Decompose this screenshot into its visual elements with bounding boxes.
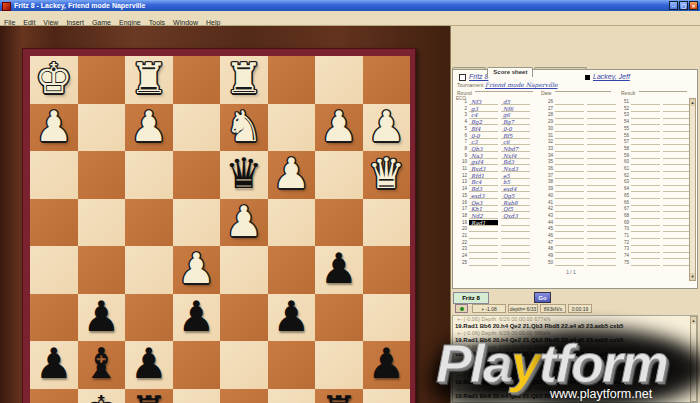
black-move-cell[interactable] bbox=[663, 253, 692, 259]
white-move-cell[interactable] bbox=[631, 226, 660, 232]
white-move-cell[interactable] bbox=[631, 193, 660, 199]
white-move-cell[interactable] bbox=[631, 153, 660, 159]
black-move-cell[interactable] bbox=[587, 186, 616, 192]
square[interactable] bbox=[268, 199, 316, 247]
move-number: 66 bbox=[619, 200, 629, 205]
scroll-down-icon[interactable]: ▼ bbox=[690, 273, 695, 280]
black-move-cell[interactable]: e5 bbox=[501, 173, 530, 179]
white-move-cell[interactable]: Nd2 bbox=[469, 213, 498, 219]
square[interactable] bbox=[220, 389, 268, 403]
white-move-cell[interactable] bbox=[631, 139, 660, 145]
result-label: Result bbox=[621, 90, 635, 96]
black-move-cell[interactable]: b5 bbox=[501, 179, 530, 185]
white-move-cell[interactable] bbox=[555, 106, 584, 112]
black-move-cell[interactable] bbox=[663, 220, 692, 226]
square[interactable] bbox=[268, 389, 316, 403]
white-move-cell[interactable] bbox=[555, 206, 584, 212]
white-move-cell[interactable] bbox=[555, 166, 584, 172]
black-move-cell[interactable] bbox=[663, 119, 692, 125]
white-move-cell[interactable] bbox=[631, 200, 660, 206]
black-move-cell[interactable] bbox=[501, 220, 530, 226]
move-number: 35 bbox=[543, 159, 553, 164]
move-row: 224772 bbox=[455, 240, 687, 247]
square[interactable] bbox=[220, 341, 268, 389]
go-button[interactable]: Go bbox=[534, 292, 551, 303]
black-move-cell[interactable]: Bd3 bbox=[501, 159, 530, 165]
white-move-cell[interactable] bbox=[555, 233, 584, 239]
black-pawn[interactable]: ♟ bbox=[315, 246, 363, 294]
white-move-cell[interactable]: Nf3 bbox=[469, 99, 498, 105]
black-move-cell[interactable]: d5 bbox=[501, 99, 530, 105]
engine-tab[interactable]: Fritz 8 bbox=[453, 292, 489, 304]
black-move-cell[interactable] bbox=[587, 159, 616, 165]
square[interactable] bbox=[315, 294, 363, 342]
black-move-cell[interactable] bbox=[663, 179, 692, 185]
square[interactable] bbox=[315, 56, 363, 104]
engine-speed: 893kN/s bbox=[540, 304, 566, 313]
engine-time: 0:00:19 bbox=[568, 304, 592, 313]
white-move-cell[interactable] bbox=[631, 146, 660, 152]
white-move-cell[interactable] bbox=[555, 159, 584, 165]
white-move-cell[interactable] bbox=[631, 106, 660, 112]
square[interactable] bbox=[173, 56, 221, 104]
square[interactable] bbox=[268, 104, 316, 152]
black-move-cell[interactable] bbox=[587, 226, 616, 232]
black-move-cell[interactable] bbox=[663, 146, 692, 152]
white-move-cell[interactable]: Kh1 bbox=[469, 206, 498, 212]
black-move-cell[interactable] bbox=[501, 246, 530, 252]
square[interactable]: ♟ bbox=[268, 294, 316, 342]
square[interactable]: ♟ bbox=[220, 199, 268, 247]
move-number: 18 bbox=[457, 213, 467, 218]
white-move-cell[interactable] bbox=[555, 179, 584, 185]
white-move-cell[interactable] bbox=[631, 133, 660, 139]
white-move-cell[interactable]: Bd3 bbox=[469, 186, 498, 192]
engine-scroll-up-icon[interactable]: ▲ bbox=[691, 317, 696, 324]
square[interactable] bbox=[363, 246, 411, 294]
white-move-cell[interactable] bbox=[631, 206, 660, 212]
black-pawn[interactable]: ♟ bbox=[78, 294, 126, 342]
black-move-cell[interactable] bbox=[663, 193, 692, 199]
black-move-cell[interactable] bbox=[587, 193, 616, 199]
move-number: 45 bbox=[543, 226, 553, 231]
move-number: 72 bbox=[619, 240, 629, 245]
black-queen[interactable]: ♛ bbox=[220, 151, 268, 199]
white-move-cell[interactable] bbox=[555, 173, 584, 179]
black-move-cell[interactable] bbox=[663, 200, 692, 206]
white-queen[interactable]: ♛ bbox=[363, 151, 411, 199]
move-number: 69 bbox=[619, 220, 629, 225]
white-move-cell[interactable] bbox=[631, 173, 660, 179]
black-move-cell[interactable] bbox=[587, 253, 616, 259]
square[interactable]: ♟ bbox=[125, 104, 173, 152]
square[interactable] bbox=[78, 246, 126, 294]
white-move-cell[interactable]: gxf4 bbox=[469, 159, 498, 165]
white-move-cell[interactable] bbox=[631, 179, 660, 185]
white-move-cell[interactable] bbox=[631, 159, 660, 165]
move-number: 57 bbox=[619, 139, 629, 144]
minimize-button[interactable]: ─ bbox=[669, 1, 678, 10]
white-move-cell[interactable] bbox=[469, 233, 498, 239]
move-number: 68 bbox=[619, 213, 629, 218]
black-move-cell[interactable] bbox=[663, 246, 692, 252]
black-move-cell[interactable] bbox=[663, 126, 692, 132]
sheet-scrollbar[interactable]: ▲ ▼ bbox=[689, 98, 696, 281]
black-move-cell[interactable] bbox=[587, 173, 616, 179]
square[interactable] bbox=[363, 199, 411, 247]
white-move-cell[interactable] bbox=[631, 186, 660, 192]
scroll-up-icon[interactable]: ▲ bbox=[690, 99, 695, 106]
black-move-cell[interactable] bbox=[501, 233, 530, 239]
white-move-cell[interactable]: Qb3 bbox=[469, 146, 498, 152]
square[interactable]: ♜ bbox=[125, 389, 173, 403]
black-move-cell[interactable] bbox=[587, 106, 616, 112]
white-knight[interactable]: ♞ bbox=[220, 104, 268, 152]
white-pawn[interactable]: ♟ bbox=[268, 151, 316, 199]
white-pawn[interactable]: ♟ bbox=[125, 104, 173, 152]
white-move-cell[interactable] bbox=[631, 126, 660, 132]
watermark-url: www.playtform.net bbox=[550, 387, 652, 401]
black-move-cell[interactable]: Nxf4 bbox=[501, 153, 530, 159]
white-move-cell[interactable] bbox=[631, 119, 660, 125]
black-move-cell[interactable] bbox=[663, 112, 692, 118]
square[interactable] bbox=[173, 104, 221, 152]
move-number: 26 bbox=[543, 99, 553, 104]
white-move-cell[interactable] bbox=[631, 240, 660, 246]
black-move-cell[interactable] bbox=[587, 179, 616, 185]
black-move-cell[interactable] bbox=[587, 99, 616, 105]
white-move-cell[interactable] bbox=[555, 213, 584, 219]
square[interactable] bbox=[268, 246, 316, 294]
black-pawn[interactable]: ♟ bbox=[268, 294, 316, 342]
white-move-cell[interactable]: 0-0 bbox=[469, 133, 498, 139]
white-move-cell[interactable] bbox=[555, 240, 584, 246]
square[interactable]: ♟ bbox=[30, 341, 78, 389]
square[interactable] bbox=[78, 199, 126, 247]
black-move-cell[interactable] bbox=[587, 233, 616, 239]
move-row: 244974 bbox=[455, 253, 687, 260]
square[interactable] bbox=[220, 294, 268, 342]
title-bar[interactable]: Fritz 8 - Lackey, Friend mode Naperville… bbox=[0, 0, 700, 11]
current-move-cell[interactable]: Rad1 bbox=[469, 220, 498, 226]
square[interactable] bbox=[363, 389, 411, 403]
square[interactable]: ♛ bbox=[220, 151, 268, 199]
move-number: 37 bbox=[543, 173, 553, 178]
black-move-cell[interactable] bbox=[663, 99, 692, 105]
black-move-cell[interactable]: Nf6 bbox=[501, 106, 530, 112]
move-number: 7 bbox=[457, 139, 467, 144]
engine-eval: + -1.08 bbox=[472, 304, 506, 313]
square[interactable] bbox=[125, 246, 173, 294]
square[interactable]: ♜ bbox=[220, 56, 268, 104]
black-pawn[interactable]: ♟ bbox=[173, 294, 221, 342]
white-move-cell[interactable] bbox=[631, 246, 660, 252]
square[interactable]: ♟ bbox=[268, 151, 316, 199]
white-move-cell[interactable] bbox=[555, 186, 584, 192]
square[interactable] bbox=[78, 56, 126, 104]
move-number: 19 bbox=[457, 220, 467, 225]
move-row: 15exd3Qg54065 bbox=[455, 193, 687, 200]
white-move-cell[interactable] bbox=[555, 193, 584, 199]
white-pawn[interactable]: ♟ bbox=[173, 246, 221, 294]
white-move-cell[interactable] bbox=[469, 260, 498, 266]
white-move-cell[interactable] bbox=[469, 240, 498, 246]
white-marker-icon bbox=[459, 74, 466, 81]
move-row: 11Bxd3Nxd33661 bbox=[455, 166, 687, 173]
black-move-cell[interactable] bbox=[587, 246, 616, 252]
black-pawn[interactable]: ♟ bbox=[363, 341, 411, 389]
white-move-cell[interactable]: c3 bbox=[469, 139, 498, 145]
move-number: 47 bbox=[543, 240, 553, 245]
black-move-cell[interactable] bbox=[587, 119, 616, 125]
square[interactable] bbox=[268, 341, 316, 389]
square[interactable]: ♟ bbox=[363, 341, 411, 389]
white-move-cell[interactable]: Rfd1 bbox=[469, 173, 498, 179]
square[interactable] bbox=[30, 151, 78, 199]
move-number: 51 bbox=[619, 99, 629, 104]
square[interactable] bbox=[220, 246, 268, 294]
black-move-cell[interactable] bbox=[663, 139, 692, 145]
square[interactable] bbox=[363, 56, 411, 104]
black-move-cell[interactable]: 0-0 bbox=[501, 126, 530, 132]
black-move-cell[interactable]: Qxd3 bbox=[501, 213, 530, 219]
black-move-cell[interactable] bbox=[501, 253, 530, 259]
white-move-cell[interactable] bbox=[631, 99, 660, 105]
black-move-cell[interactable]: Nxd3 bbox=[501, 166, 530, 172]
move-number: 25 bbox=[457, 260, 467, 265]
black-move-cell[interactable] bbox=[501, 240, 530, 246]
square[interactable] bbox=[125, 294, 173, 342]
white-move-cell[interactable]: c4 bbox=[469, 112, 498, 118]
white-king[interactable]: ♚ bbox=[30, 56, 78, 104]
black-move-cell[interactable] bbox=[663, 133, 692, 139]
move-number: 48 bbox=[543, 246, 553, 251]
black-move-cell[interactable] bbox=[663, 260, 692, 266]
white-move-cell[interactable] bbox=[555, 126, 584, 132]
white-move-cell[interactable] bbox=[555, 133, 584, 139]
white-move-cell[interactable] bbox=[555, 253, 584, 259]
black-move-cell[interactable] bbox=[587, 213, 616, 219]
move-number: 40 bbox=[543, 193, 553, 198]
white-move-cell[interactable] bbox=[555, 112, 584, 118]
black-move-cell[interactable] bbox=[587, 126, 616, 132]
move-row: 4Bg2Bg72954 bbox=[455, 119, 687, 126]
tab-score-sheet[interactable]: Score sheet bbox=[487, 67, 533, 77]
square[interactable]: ♛ bbox=[363, 151, 411, 199]
square[interactable]: ♟ bbox=[125, 341, 173, 389]
white-move-cell[interactable] bbox=[631, 112, 660, 118]
black-move-cell[interactable] bbox=[663, 106, 692, 112]
square[interactable] bbox=[78, 104, 126, 152]
move-number: 61 bbox=[619, 166, 629, 171]
black-move-cell[interactable] bbox=[587, 200, 616, 206]
white-move-cell[interactable] bbox=[631, 213, 660, 219]
black-move-cell[interactable]: exd4 bbox=[501, 186, 530, 192]
square[interactable] bbox=[315, 151, 363, 199]
square[interactable]: ♚ bbox=[30, 56, 78, 104]
black-move-cell[interactable]: c6 bbox=[501, 139, 530, 145]
square[interactable] bbox=[315, 341, 363, 389]
black-move-cell[interactable] bbox=[587, 166, 616, 172]
move-number: 1 bbox=[457, 99, 467, 104]
move-number: 75 bbox=[619, 260, 629, 265]
black-king[interactable]: ♚ bbox=[78, 389, 126, 403]
white-move-cell[interactable] bbox=[555, 200, 584, 206]
white-move-cell[interactable]: Na3 bbox=[469, 153, 498, 159]
black-move-cell[interactable] bbox=[587, 260, 616, 266]
white-move-cell[interactable] bbox=[631, 166, 660, 172]
square[interactable] bbox=[125, 151, 173, 199]
square[interactable]: ♟ bbox=[78, 294, 126, 342]
black-move-cell[interactable] bbox=[587, 153, 616, 159]
square[interactable] bbox=[173, 341, 221, 389]
square[interactable]: ♟ bbox=[173, 246, 221, 294]
square[interactable]: ♝ bbox=[78, 341, 126, 389]
black-move-cell[interactable] bbox=[663, 173, 692, 179]
square[interactable] bbox=[30, 246, 78, 294]
chess-board: ♚♜♜♟♟♞♟♟♛♟♛♟♟♟♟♟♟♟♝♟♟♚♜♜ bbox=[30, 56, 410, 403]
black-move-cell[interactable] bbox=[587, 112, 616, 118]
white-move-cell[interactable] bbox=[555, 220, 584, 226]
black-bishop[interactable]: ♝ bbox=[78, 341, 126, 389]
black-player-name: Lackey, Jeff bbox=[585, 73, 630, 80]
black-move-cell[interactable]: Qf5 bbox=[501, 206, 530, 212]
square[interactable] bbox=[30, 294, 78, 342]
move-number: 16 bbox=[457, 200, 467, 205]
move-row: 10gxf4Bd33560 bbox=[455, 159, 687, 166]
white-pawn[interactable]: ♟ bbox=[363, 104, 411, 152]
white-move-cell[interactable] bbox=[631, 220, 660, 226]
black-rook[interactable]: ♜ bbox=[125, 389, 173, 403]
black-marker-icon bbox=[585, 75, 590, 80]
move-number: 17 bbox=[457, 206, 467, 211]
white-pawn[interactable]: ♟ bbox=[30, 104, 78, 152]
white-move-cell[interactable] bbox=[555, 99, 584, 105]
white-move-cell[interactable] bbox=[555, 226, 584, 232]
square[interactable]: ♜ bbox=[125, 56, 173, 104]
black-rook[interactable]: ♜ bbox=[315, 389, 363, 403]
black-move-cell[interactable]: g6 bbox=[501, 112, 530, 118]
square[interactable] bbox=[173, 199, 221, 247]
white-move-cell[interactable] bbox=[555, 139, 584, 145]
white-player-name: Fritz 8 bbox=[459, 73, 488, 81]
white-move-cell[interactable] bbox=[555, 246, 584, 252]
white-move-cell[interactable]: Bxd3 bbox=[469, 166, 498, 172]
square[interactable] bbox=[78, 151, 126, 199]
white-move-cell[interactable]: g3 bbox=[469, 106, 498, 112]
black-move-cell[interactable] bbox=[663, 159, 692, 165]
move-number: 49 bbox=[543, 253, 553, 258]
black-move-cell[interactable] bbox=[663, 206, 692, 212]
white-move-cell[interactable] bbox=[469, 253, 498, 259]
move-number: 23 bbox=[457, 246, 467, 251]
black-move-cell[interactable] bbox=[501, 226, 530, 232]
black-move-cell[interactable] bbox=[663, 240, 692, 246]
white-pawn[interactable]: ♟ bbox=[220, 199, 268, 247]
close-button[interactable]: ✕ bbox=[689, 1, 698, 10]
engine-toggle-button[interactable] bbox=[455, 304, 468, 313]
move-number: 8 bbox=[457, 146, 467, 151]
square[interactable] bbox=[125, 199, 173, 247]
square[interactable]: ♟ bbox=[363, 104, 411, 152]
black-move-cell[interactable]: Nbd7 bbox=[501, 146, 530, 152]
white-move-cell[interactable] bbox=[631, 233, 660, 239]
black-move-cell[interactable] bbox=[663, 153, 692, 159]
white-move-cell[interactable] bbox=[555, 146, 584, 152]
white-move-cell[interactable] bbox=[631, 260, 660, 266]
black-move-cell[interactable] bbox=[587, 240, 616, 246]
black-move-cell[interactable] bbox=[587, 133, 616, 139]
square[interactable] bbox=[173, 151, 221, 199]
square[interactable]: ♜ bbox=[315, 389, 363, 403]
black-move-cell[interactable]: Bf5 bbox=[501, 133, 530, 139]
black-move-cell[interactable] bbox=[501, 260, 530, 266]
move-number: 63 bbox=[619, 179, 629, 184]
white-rook[interactable]: ♜ bbox=[220, 56, 268, 104]
move-number: 27 bbox=[543, 106, 553, 111]
square[interactable]: ♟ bbox=[173, 294, 221, 342]
move-number: 29 bbox=[543, 119, 553, 124]
white-pawn[interactable]: ♟ bbox=[315, 104, 363, 152]
black-move-cell[interactable] bbox=[663, 213, 692, 219]
black-move-cell[interactable] bbox=[663, 186, 692, 192]
black-move-cell[interactable] bbox=[663, 226, 692, 232]
move-number: 21 bbox=[457, 233, 467, 238]
square[interactable] bbox=[173, 389, 221, 403]
square[interactable] bbox=[30, 389, 78, 403]
white-move-cell[interactable]: Bc4 bbox=[469, 179, 498, 185]
white-rook[interactable]: ♜ bbox=[125, 56, 173, 104]
square[interactable] bbox=[30, 199, 78, 247]
square[interactable]: ♚ bbox=[78, 389, 126, 403]
engine-info-line: +- (-0.06) Depth: 6/26 00:00:00 677kN bbox=[453, 316, 697, 323]
black-move-cell[interactable] bbox=[587, 220, 616, 226]
black-move-cell[interactable] bbox=[587, 146, 616, 152]
white-move-cell[interactable] bbox=[469, 246, 498, 252]
black-move-cell[interactable] bbox=[587, 139, 616, 145]
board-frame: ♚♜♜♟♟♞♟♟♛♟♛♟♟♟♟♟♟♟♝♟♟♚♜♜ bbox=[22, 48, 416, 403]
black-move-cell[interactable] bbox=[587, 206, 616, 212]
square[interactable]: ♟ bbox=[315, 246, 363, 294]
white-move-cell[interactable]: exd3 bbox=[469, 193, 498, 199]
white-move-cell[interactable] bbox=[555, 260, 584, 266]
square[interactable] bbox=[268, 56, 316, 104]
black-pawn[interactable]: ♟ bbox=[30, 341, 78, 389]
square[interactable]: ♟ bbox=[30, 104, 78, 152]
move-row: 3c4g62853 bbox=[455, 112, 687, 119]
white-move-cell[interactable] bbox=[555, 119, 584, 125]
white-move-cell[interactable]: Bg2 bbox=[469, 119, 498, 125]
black-move-cell[interactable]: Qg5 bbox=[501, 193, 530, 199]
white-move-cell[interactable]: Bf4 bbox=[469, 126, 498, 132]
square[interactable]: ♞ bbox=[220, 104, 268, 152]
white-move-cell[interactable] bbox=[631, 253, 660, 259]
black-move-cell[interactable] bbox=[663, 166, 692, 172]
maximize-button[interactable]: ▢ bbox=[679, 1, 688, 10]
black-move-cell[interactable] bbox=[663, 233, 692, 239]
square[interactable] bbox=[315, 199, 363, 247]
black-move-cell[interactable]: Rab8 bbox=[501, 200, 530, 206]
move-row: 5Bf40-03055 bbox=[455, 126, 687, 133]
white-move-cell[interactable] bbox=[469, 226, 498, 232]
square[interactable]: ♟ bbox=[315, 104, 363, 152]
move-number: 59 bbox=[619, 153, 629, 158]
black-pawn[interactable]: ♟ bbox=[125, 341, 173, 389]
black-move-cell[interactable]: Bg7 bbox=[501, 119, 530, 125]
white-move-cell[interactable]: Qe3 bbox=[469, 200, 498, 206]
white-move-cell[interactable] bbox=[555, 153, 584, 159]
square[interactable] bbox=[363, 294, 411, 342]
